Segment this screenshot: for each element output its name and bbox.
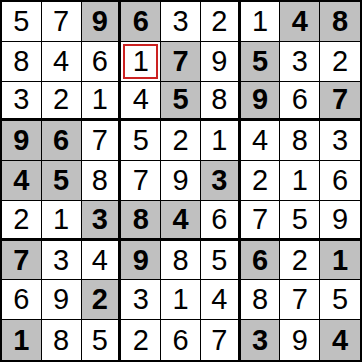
cell-r3c4[interactable]: 4 <box>121 82 161 122</box>
cell-r7c7[interactable]: 6 <box>241 241 281 281</box>
cell-r1c9[interactable]: 8 <box>320 2 360 42</box>
cell-r9c1[interactable]: 1 <box>2 320 42 360</box>
cell-r5c6[interactable]: 3 <box>201 161 241 201</box>
cell-r9c9[interactable]: 4 <box>320 320 360 360</box>
cell-r5c3[interactable]: 8 <box>82 161 122 201</box>
cell-r7c3[interactable]: 4 <box>82 241 122 281</box>
cell-r7c9[interactable]: 1 <box>320 241 360 281</box>
cell-r1c4[interactable]: 6 <box>121 2 161 42</box>
cell-r5c9[interactable]: 6 <box>320 161 360 201</box>
cell-r2c3[interactable]: 6 <box>82 42 122 82</box>
cell-r6c3[interactable]: 3 <box>82 201 122 241</box>
cell-r9c7[interactable]: 3 <box>241 320 281 360</box>
cell-r1c5[interactable]: 3 <box>161 2 201 42</box>
cell-r3c1[interactable]: 3 <box>2 82 42 122</box>
cell-r2c1[interactable]: 8 <box>2 42 42 82</box>
cell-r6c6[interactable]: 6 <box>201 201 241 241</box>
cell-r1c8[interactable]: 4 <box>280 2 320 42</box>
cell-r5c4[interactable]: 7 <box>121 161 161 201</box>
cell-r9c3[interactable]: 5 <box>82 320 122 360</box>
cell-r5c8[interactable]: 1 <box>280 161 320 201</box>
cell-r1c7[interactable]: 1 <box>241 2 281 42</box>
cell-r3c3[interactable]: 1 <box>82 82 122 122</box>
cell-r5c1[interactable]: 4 <box>2 161 42 201</box>
cell-r4c7[interactable]: 4 <box>241 121 281 161</box>
cell-r4c9[interactable]: 3 <box>320 121 360 161</box>
cell-r9c6[interactable]: 7 <box>201 320 241 360</box>
cell-r4c5[interactable]: 2 <box>161 121 201 161</box>
cell-r1c6[interactable]: 2 <box>201 2 241 42</box>
cell-r4c6[interactable]: 1 <box>201 121 241 161</box>
cell-r9c5[interactable]: 6 <box>161 320 201 360</box>
cell-r2c6[interactable]: 9 <box>201 42 241 82</box>
cell-r5c7[interactable]: 2 <box>241 161 281 201</box>
cell-r3c9[interactable]: 7 <box>320 82 360 122</box>
cell-r8c8[interactable]: 7 <box>280 280 320 320</box>
cell-r6c2[interactable]: 1 <box>42 201 82 241</box>
cell-r7c4[interactable]: 9 <box>121 241 161 281</box>
cell-r9c8[interactable]: 9 <box>280 320 320 360</box>
cell-r8c1[interactable]: 6 <box>2 280 42 320</box>
cell-r7c1[interactable]: 7 <box>2 241 42 281</box>
cell-r6c7[interactable]: 7 <box>241 201 281 241</box>
cell-r5c5[interactable]: 9 <box>161 161 201 201</box>
cell-r2c4[interactable]: 1 <box>121 42 161 82</box>
cell-r4c3[interactable]: 7 <box>82 121 122 161</box>
cell-r6c4[interactable]: 8 <box>121 201 161 241</box>
cell-r2c2[interactable]: 4 <box>42 42 82 82</box>
cell-r4c8[interactable]: 8 <box>280 121 320 161</box>
cell-r8c2[interactable]: 9 <box>42 280 82 320</box>
cell-r6c1[interactable]: 2 <box>2 201 42 241</box>
cell-r8c9[interactable]: 5 <box>320 280 360 320</box>
cell-r2c8[interactable]: 3 <box>280 42 320 82</box>
cell-r3c6[interactable]: 8 <box>201 82 241 122</box>
sudoku-board: 5796321488461795323214589679675214834587… <box>0 0 362 362</box>
cell-r2c9[interactable]: 2 <box>320 42 360 82</box>
cell-r3c5[interactable]: 5 <box>161 82 201 122</box>
cell-r2c7[interactable]: 5 <box>241 42 281 82</box>
cell-r4c2[interactable]: 6 <box>42 121 82 161</box>
cell-r8c4[interactable]: 3 <box>121 280 161 320</box>
cell-r2c5[interactable]: 7 <box>161 42 201 82</box>
cell-r4c1[interactable]: 9 <box>2 121 42 161</box>
cell-r3c8[interactable]: 6 <box>280 82 320 122</box>
cell-r9c2[interactable]: 8 <box>42 320 82 360</box>
cell-r5c2[interactable]: 5 <box>42 161 82 201</box>
cell-r8c3[interactable]: 2 <box>82 280 122 320</box>
cell-r7c5[interactable]: 8 <box>161 241 201 281</box>
cell-r1c2[interactable]: 7 <box>42 2 82 42</box>
cell-r7c8[interactable]: 2 <box>280 241 320 281</box>
cell-r8c5[interactable]: 1 <box>161 280 201 320</box>
cell-r3c2[interactable]: 2 <box>42 82 82 122</box>
cell-r8c6[interactable]: 4 <box>201 280 241 320</box>
cell-r6c5[interactable]: 4 <box>161 201 201 241</box>
cell-r1c3[interactable]: 9 <box>82 2 122 42</box>
cell-r6c8[interactable]: 5 <box>280 201 320 241</box>
cell-r8c7[interactable]: 8 <box>241 280 281 320</box>
cell-r7c6[interactable]: 5 <box>201 241 241 281</box>
cell-r9c4[interactable]: 2 <box>121 320 161 360</box>
cell-r7c2[interactable]: 3 <box>42 241 82 281</box>
cell-r1c1[interactable]: 5 <box>2 2 42 42</box>
cell-r4c4[interactable]: 5 <box>121 121 161 161</box>
cell-r6c9[interactable]: 9 <box>320 201 360 241</box>
cell-r3c7[interactable]: 9 <box>241 82 281 122</box>
